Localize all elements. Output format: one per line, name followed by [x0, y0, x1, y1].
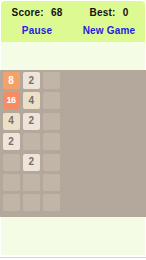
- tile-2: 2: [23, 113, 40, 130]
- cell-r5c3: [43, 154, 60, 171]
- cell-r5c2: 2: [23, 154, 40, 171]
- button-row: Pause New Game: [1, 25, 145, 36]
- tile-16: 16: [3, 92, 20, 109]
- tile-2: 2: [3, 133, 20, 150]
- upper-panel: [1, 42, 145, 70]
- cell-r3c3: [43, 113, 60, 130]
- cell-r4c1: 2: [3, 133, 20, 150]
- score-row: Score: 68 Best: 0: [1, 7, 145, 18]
- best-label: Best:: [90, 7, 116, 18]
- lower-panel: [1, 217, 145, 255]
- cell-r2c3: [43, 92, 60, 109]
- board[interactable]: 821644222: [0, 70, 146, 217]
- cell-r1c2: 2: [23, 72, 40, 89]
- board-grid: 821644222: [3, 72, 61, 211]
- cell-r7c2: [23, 194, 40, 211]
- cell-r4c3: [43, 133, 60, 150]
- window-bottom-edge: [0, 257, 146, 258]
- tile-4: 4: [3, 113, 20, 130]
- cell-r6c2: [23, 174, 40, 191]
- cell-r1c1: 8: [3, 72, 20, 89]
- tile-2: 2: [23, 154, 40, 171]
- score-label: Score:: [12, 7, 44, 18]
- pause-button[interactable]: Pause: [22, 25, 52, 36]
- cell-r3c1: 4: [3, 113, 20, 130]
- cell-r5c1: [3, 154, 20, 171]
- cell-r6c1: [3, 174, 20, 191]
- cell-r2c1: 16: [3, 92, 20, 109]
- app-window: Score: 68 Best: 0 Pause New Game 8216442…: [0, 0, 146, 260]
- cell-r3c2: 2: [23, 113, 40, 130]
- best-value: 0: [123, 7, 129, 18]
- cell-r2c2: 4: [23, 92, 40, 109]
- cell-r7c1: [3, 194, 20, 211]
- cell-r1c3: [43, 72, 60, 89]
- score-value: 68: [51, 7, 63, 18]
- new-game-button[interactable]: New Game: [83, 25, 136, 36]
- best-group: Best: 0: [73, 7, 145, 18]
- tile-2: 2: [23, 72, 40, 89]
- cell-r4c2: [23, 133, 40, 150]
- score-group: Score: 68: [1, 7, 73, 18]
- cell-r6c3: [43, 174, 60, 191]
- tile-4: 4: [23, 92, 40, 109]
- tile-8: 8: [3, 72, 20, 89]
- header-bar: Score: 68 Best: 0 Pause New Game: [1, 1, 145, 42]
- cell-r7c3: [43, 194, 60, 211]
